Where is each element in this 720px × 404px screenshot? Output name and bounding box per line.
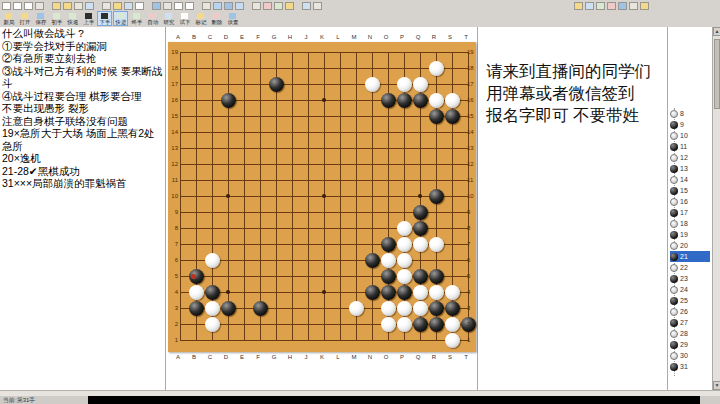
board-point-S15[interactable] bbox=[444, 108, 460, 124]
board-point-J6[interactable] bbox=[300, 252, 316, 268]
board-point-O6[interactable] bbox=[380, 252, 396, 268]
board-point-P4[interactable] bbox=[396, 284, 412, 300]
board-point-N14[interactable] bbox=[364, 124, 380, 140]
board-point-H12[interactable] bbox=[284, 156, 300, 172]
board-point-B2[interactable] bbox=[188, 316, 204, 332]
tree-node-move-30[interactable]: 30 bbox=[670, 350, 710, 361]
board-point-R7[interactable] bbox=[428, 236, 444, 252]
board-point-C16[interactable] bbox=[204, 92, 220, 108]
board-point-N9[interactable] bbox=[364, 204, 380, 220]
board-point-N17[interactable] bbox=[364, 76, 380, 92]
board-point-M3[interactable] bbox=[348, 300, 364, 316]
board-point-F6[interactable] bbox=[252, 252, 268, 268]
tree-node-move-19[interactable]: 19 bbox=[670, 229, 710, 240]
toolbar-button-终手[interactable]: 终手 bbox=[129, 11, 144, 26]
board-point-Q14[interactable] bbox=[412, 124, 428, 140]
board-point-O12[interactable] bbox=[380, 156, 396, 172]
board-point-S18[interactable] bbox=[444, 60, 460, 76]
board-point-E2[interactable] bbox=[236, 316, 252, 332]
toolbar-icon[interactable] bbox=[113, 2, 122, 10]
tree-node-move-28[interactable]: 28 bbox=[670, 328, 710, 339]
toolbar-button-设置[interactable]: 设置 bbox=[225, 11, 240, 26]
board-point-G2[interactable] bbox=[268, 316, 284, 332]
board-point-C9[interactable] bbox=[204, 204, 220, 220]
board-point-D7[interactable] bbox=[220, 236, 236, 252]
board-point-S2[interactable] bbox=[444, 316, 460, 332]
board-point-G1[interactable] bbox=[268, 332, 284, 348]
board-point-P19[interactable] bbox=[396, 44, 412, 60]
board-point-Q11[interactable] bbox=[412, 172, 428, 188]
tree-node-move-25[interactable]: 25 bbox=[670, 295, 710, 306]
board-point-P14[interactable] bbox=[396, 124, 412, 140]
board-point-J15[interactable] bbox=[300, 108, 316, 124]
board-point-L11[interactable] bbox=[332, 172, 348, 188]
toolbar-icon[interactable] bbox=[596, 2, 605, 10]
board-point-D1[interactable] bbox=[220, 332, 236, 348]
board-point-L7[interactable] bbox=[332, 236, 348, 252]
board-point-C4[interactable] bbox=[204, 284, 220, 300]
board-point-D9[interactable] bbox=[220, 204, 236, 220]
board-point-S14[interactable] bbox=[444, 124, 460, 140]
board-point-J16[interactable] bbox=[300, 92, 316, 108]
board-point-B16[interactable] bbox=[188, 92, 204, 108]
toolbar-icon[interactable] bbox=[85, 2, 94, 10]
toolbar-button-试下[interactable]: 试下 bbox=[177, 11, 192, 26]
board-point-E10[interactable] bbox=[236, 188, 252, 204]
board-point-N16[interactable] bbox=[364, 92, 380, 108]
board-point-F12[interactable] bbox=[252, 156, 268, 172]
board-point-F15[interactable] bbox=[252, 108, 268, 124]
toolbar-icon[interactable] bbox=[24, 2, 33, 10]
toolbar-icon[interactable] bbox=[2, 2, 11, 10]
board-point-R8[interactable] bbox=[428, 220, 444, 236]
toolbar-button-快进[interactable]: 快进 bbox=[113, 11, 128, 26]
board-point-O13[interactable] bbox=[380, 140, 396, 156]
board-point-Q8[interactable] bbox=[412, 220, 428, 236]
toolbar-icon[interactable] bbox=[252, 2, 261, 10]
board-point-E18[interactable] bbox=[236, 60, 252, 76]
board-point-D19[interactable] bbox=[220, 44, 236, 60]
tree-node-move-27[interactable]: 27 bbox=[670, 317, 710, 328]
board-point-K6[interactable] bbox=[316, 252, 332, 268]
board-point-G17[interactable] bbox=[268, 76, 284, 92]
board-point-S19[interactable] bbox=[444, 44, 460, 60]
board-point-M12[interactable] bbox=[348, 156, 364, 172]
board-point-K1[interactable] bbox=[316, 332, 332, 348]
toolbar-icon[interactable] bbox=[235, 2, 244, 10]
tree-node-move-31[interactable]: 31 bbox=[670, 361, 710, 372]
board-point-F14[interactable] bbox=[252, 124, 268, 140]
board-point-L17[interactable] bbox=[332, 76, 348, 92]
board-point-J13[interactable] bbox=[300, 140, 316, 156]
board-point-J14[interactable] bbox=[300, 124, 316, 140]
tree-node-move-24[interactable]: 24 bbox=[670, 284, 710, 295]
toolbar-icon[interactable] bbox=[63, 2, 72, 10]
board-point-K4[interactable] bbox=[316, 284, 332, 300]
board-point-S7[interactable] bbox=[444, 236, 460, 252]
tree-node-move-17[interactable]: 17 bbox=[670, 207, 710, 218]
board-point-K10[interactable] bbox=[316, 188, 332, 204]
board-point-J19[interactable] bbox=[300, 44, 316, 60]
scroll-down-icon[interactable]: ▼ bbox=[713, 381, 720, 390]
board-point-J5[interactable] bbox=[300, 268, 316, 284]
board-point-E12[interactable] bbox=[236, 156, 252, 172]
board-point-M13[interactable] bbox=[348, 140, 364, 156]
board-point-O8[interactable] bbox=[380, 220, 396, 236]
board-point-C6[interactable] bbox=[204, 252, 220, 268]
toolbar-icon[interactable] bbox=[102, 2, 111, 10]
board-point-C12[interactable] bbox=[204, 156, 220, 172]
board-point-P3[interactable] bbox=[396, 300, 412, 316]
board-point-D2[interactable] bbox=[220, 316, 236, 332]
board-point-J4[interactable] bbox=[300, 284, 316, 300]
board-point-B13[interactable] bbox=[188, 140, 204, 156]
board-point-M17[interactable] bbox=[348, 76, 364, 92]
toolbar-icon[interactable] bbox=[35, 2, 44, 10]
board-point-S16[interactable] bbox=[444, 92, 460, 108]
board-point-G10[interactable] bbox=[268, 188, 284, 204]
board-point-H6[interactable] bbox=[284, 252, 300, 268]
board-point-E14[interactable] bbox=[236, 124, 252, 140]
board-point-H19[interactable] bbox=[284, 44, 300, 60]
toolbar-icon[interactable] bbox=[574, 2, 583, 10]
board-point-E19[interactable] bbox=[236, 44, 252, 60]
toolbar-button-研究[interactable]: 研究 bbox=[161, 11, 176, 26]
toolbar-icon[interactable] bbox=[274, 2, 283, 10]
board-point-H14[interactable] bbox=[284, 124, 300, 140]
board-point-R3[interactable] bbox=[428, 300, 444, 316]
board-point-K19[interactable] bbox=[316, 44, 332, 60]
toolbar-button-打开[interactable]: 打开 bbox=[17, 11, 32, 26]
tree-node-move-14[interactable]: 14 bbox=[670, 174, 710, 185]
toolbar-icon[interactable] bbox=[174, 2, 183, 10]
board-point-P10[interactable] bbox=[396, 188, 412, 204]
board-point-H9[interactable] bbox=[284, 204, 300, 220]
board-point-C18[interactable] bbox=[204, 60, 220, 76]
board-point-L19[interactable] bbox=[332, 44, 348, 60]
board-point-N12[interactable] bbox=[364, 156, 380, 172]
board-point-K3[interactable] bbox=[316, 300, 332, 316]
toolbar-button-下手[interactable]: 下手 bbox=[97, 11, 112, 26]
board-point-Q17[interactable] bbox=[412, 76, 428, 92]
board-point-B11[interactable] bbox=[188, 172, 204, 188]
board-point-H13[interactable] bbox=[284, 140, 300, 156]
board-point-N13[interactable] bbox=[364, 140, 380, 156]
toolbar-icon[interactable] bbox=[74, 2, 83, 10]
board-point-G5[interactable] bbox=[268, 268, 284, 284]
board-point-N5[interactable] bbox=[364, 268, 380, 284]
board-point-Q2[interactable] bbox=[412, 316, 428, 332]
board-point-B10[interactable] bbox=[188, 188, 204, 204]
board-point-E13[interactable] bbox=[236, 140, 252, 156]
board-point-K17[interactable] bbox=[316, 76, 332, 92]
board-point-N19[interactable] bbox=[364, 44, 380, 60]
board-point-F13[interactable] bbox=[252, 140, 268, 156]
board-point-S1[interactable] bbox=[444, 332, 460, 348]
board-point-M19[interactable] bbox=[348, 44, 364, 60]
board-point-P17[interactable] bbox=[396, 76, 412, 92]
board-point-B12[interactable] bbox=[188, 156, 204, 172]
board-point-F19[interactable] bbox=[252, 44, 268, 60]
toolbar-icon[interactable] bbox=[263, 2, 272, 10]
board-point-O4[interactable] bbox=[380, 284, 396, 300]
board-point-Q15[interactable] bbox=[412, 108, 428, 124]
board-point-R12[interactable] bbox=[428, 156, 444, 172]
board-point-R19[interactable] bbox=[428, 44, 444, 60]
board-point-G13[interactable] bbox=[268, 140, 284, 156]
board-point-R4[interactable] bbox=[428, 284, 444, 300]
board-point-M14[interactable] bbox=[348, 124, 364, 140]
board-point-O18[interactable] bbox=[380, 60, 396, 76]
toolbar-icon[interactable] bbox=[135, 2, 144, 10]
board-point-K5[interactable] bbox=[316, 268, 332, 284]
board-point-G7[interactable] bbox=[268, 236, 284, 252]
toolbar-icon[interactable] bbox=[213, 2, 222, 10]
board-point-O15[interactable] bbox=[380, 108, 396, 124]
board-point-L9[interactable] bbox=[332, 204, 348, 220]
board-point-H15[interactable] bbox=[284, 108, 300, 124]
board-point-G3[interactable] bbox=[268, 300, 284, 316]
board-point-S12[interactable] bbox=[444, 156, 460, 172]
toolbar-button-新局[interactable]: 新局 bbox=[1, 11, 16, 26]
board-point-J11[interactable] bbox=[300, 172, 316, 188]
board-point-E6[interactable] bbox=[236, 252, 252, 268]
board-point-N11[interactable] bbox=[364, 172, 380, 188]
board-point-J9[interactable] bbox=[300, 204, 316, 220]
board-point-C19[interactable] bbox=[204, 44, 220, 60]
board-point-S9[interactable] bbox=[444, 204, 460, 220]
board-point-M8[interactable] bbox=[348, 220, 364, 236]
board-point-H16[interactable] bbox=[284, 92, 300, 108]
board-point-G19[interactable] bbox=[268, 44, 284, 60]
board-point-R13[interactable] bbox=[428, 140, 444, 156]
toolbar-button-删除[interactable]: 删除 bbox=[209, 11, 224, 26]
board-point-M11[interactable] bbox=[348, 172, 364, 188]
board-point-K12[interactable] bbox=[316, 156, 332, 172]
board-point-M6[interactable] bbox=[348, 252, 364, 268]
toolbar-icon[interactable] bbox=[640, 2, 649, 10]
board-point-P9[interactable] bbox=[396, 204, 412, 220]
board-point-E4[interactable] bbox=[236, 284, 252, 300]
board-point-L16[interactable] bbox=[332, 92, 348, 108]
board-point-M5[interactable] bbox=[348, 268, 364, 284]
board-point-O5[interactable] bbox=[380, 268, 396, 284]
board-point-K16[interactable] bbox=[316, 92, 332, 108]
board-point-D18[interactable] bbox=[220, 60, 236, 76]
board-point-D10[interactable] bbox=[220, 188, 236, 204]
board-point-E15[interactable] bbox=[236, 108, 252, 124]
toolbar-icon[interactable] bbox=[163, 2, 172, 10]
board-point-O14[interactable] bbox=[380, 124, 396, 140]
board-point-R6[interactable] bbox=[428, 252, 444, 268]
board-point-H8[interactable] bbox=[284, 220, 300, 236]
board-point-F2[interactable] bbox=[252, 316, 268, 332]
board-point-N1[interactable] bbox=[364, 332, 380, 348]
board-point-R5[interactable] bbox=[428, 268, 444, 284]
board-point-G18[interactable] bbox=[268, 60, 284, 76]
board-point-P16[interactable] bbox=[396, 92, 412, 108]
board-point-F5[interactable] bbox=[252, 268, 268, 284]
board-point-R18[interactable] bbox=[428, 60, 444, 76]
board-point-H3[interactable] bbox=[284, 300, 300, 316]
board-point-O16[interactable] bbox=[380, 92, 396, 108]
board-point-M9[interactable] bbox=[348, 204, 364, 220]
tree-node-move-13[interactable]: 13 bbox=[670, 163, 710, 174]
toolbar-button-保存[interactable]: 保存 bbox=[33, 11, 48, 26]
board-point-N7[interactable] bbox=[364, 236, 380, 252]
board-point-L5[interactable] bbox=[332, 268, 348, 284]
board-point-C10[interactable] bbox=[204, 188, 220, 204]
board-point-K18[interactable] bbox=[316, 60, 332, 76]
board-point-D4[interactable] bbox=[220, 284, 236, 300]
toolbar-icon[interactable] bbox=[629, 2, 638, 10]
board-point-P2[interactable] bbox=[396, 316, 412, 332]
scroll-up-icon[interactable]: ▲ bbox=[713, 27, 720, 36]
board-point-D8[interactable] bbox=[220, 220, 236, 236]
board-point-P7[interactable] bbox=[396, 236, 412, 252]
board-point-G4[interactable] bbox=[268, 284, 284, 300]
toolbar-icon[interactable] bbox=[313, 2, 322, 10]
board-point-H18[interactable] bbox=[284, 60, 300, 76]
board-point-B4[interactable] bbox=[188, 284, 204, 300]
board-point-F16[interactable] bbox=[252, 92, 268, 108]
board-point-P1[interactable] bbox=[396, 332, 412, 348]
board-point-E11[interactable] bbox=[236, 172, 252, 188]
tree-node-move-9[interactable]: 9 bbox=[670, 119, 710, 130]
board-point-M1[interactable] bbox=[348, 332, 364, 348]
board-point-O9[interactable] bbox=[380, 204, 396, 220]
tree-node-move-26[interactable]: 26 bbox=[670, 306, 710, 317]
board-point-D6[interactable] bbox=[220, 252, 236, 268]
board-point-C1[interactable] bbox=[204, 332, 220, 348]
board-point-G14[interactable] bbox=[268, 124, 284, 140]
board-point-H4[interactable] bbox=[284, 284, 300, 300]
board-point-Q3[interactable] bbox=[412, 300, 428, 316]
board-point-B19[interactable] bbox=[188, 44, 204, 60]
board-point-J7[interactable] bbox=[300, 236, 316, 252]
board-point-J2[interactable] bbox=[300, 316, 316, 332]
board-point-Q10[interactable] bbox=[412, 188, 428, 204]
toolbar-icon[interactable] bbox=[585, 2, 594, 10]
board-point-K8[interactable] bbox=[316, 220, 332, 236]
tree-node-move-21[interactable]: 21 bbox=[670, 251, 710, 262]
board-point-Q16[interactable] bbox=[412, 92, 428, 108]
board-point-L12[interactable] bbox=[332, 156, 348, 172]
board-point-H10[interactable] bbox=[284, 188, 300, 204]
board-point-G9[interactable] bbox=[268, 204, 284, 220]
board-point-L2[interactable] bbox=[332, 316, 348, 332]
board-point-K9[interactable] bbox=[316, 204, 332, 220]
board-point-P12[interactable] bbox=[396, 156, 412, 172]
board-point-F9[interactable] bbox=[252, 204, 268, 220]
board-point-Q9[interactable] bbox=[412, 204, 428, 220]
board-point-J8[interactable] bbox=[300, 220, 316, 236]
board-point-R11[interactable] bbox=[428, 172, 444, 188]
tree-node-move-23[interactable]: 23 bbox=[670, 273, 710, 284]
tree-node-move-20[interactable]: 20 bbox=[670, 240, 710, 251]
board-point-F8[interactable] bbox=[252, 220, 268, 236]
board-point-S10[interactable] bbox=[444, 188, 460, 204]
board-point-D17[interactable] bbox=[220, 76, 236, 92]
board-point-G11[interactable] bbox=[268, 172, 284, 188]
board-point-J1[interactable] bbox=[300, 332, 316, 348]
board-point-L18[interactable] bbox=[332, 60, 348, 76]
board-point-K13[interactable] bbox=[316, 140, 332, 156]
board-point-Q13[interactable] bbox=[412, 140, 428, 156]
board-point-B18[interactable] bbox=[188, 60, 204, 76]
board-point-S11[interactable] bbox=[444, 172, 460, 188]
board-point-B7[interactable] bbox=[188, 236, 204, 252]
board-point-G12[interactable] bbox=[268, 156, 284, 172]
board-point-M2[interactable] bbox=[348, 316, 364, 332]
toolbar-icon[interactable] bbox=[302, 2, 311, 10]
board-point-O3[interactable] bbox=[380, 300, 396, 316]
scrollbar-thumb[interactable] bbox=[714, 39, 720, 109]
toolbar-icon[interactable] bbox=[52, 2, 61, 10]
board-point-K2[interactable] bbox=[316, 316, 332, 332]
tree-node-move-29[interactable]: 29 bbox=[670, 339, 710, 350]
board-point-Q1[interactable] bbox=[412, 332, 428, 348]
board-point-F10[interactable] bbox=[252, 188, 268, 204]
board-point-K7[interactable] bbox=[316, 236, 332, 252]
board-point-H11[interactable] bbox=[284, 172, 300, 188]
tree-scrollbar[interactable]: ▲ ▼ bbox=[712, 27, 720, 390]
board-point-B8[interactable] bbox=[188, 220, 204, 236]
board-point-M7[interactable] bbox=[348, 236, 364, 252]
board-point-N6[interactable] bbox=[364, 252, 380, 268]
board-point-Q7[interactable] bbox=[412, 236, 428, 252]
tree-node-move-10[interactable]: 10 bbox=[670, 130, 710, 141]
board-point-K15[interactable] bbox=[316, 108, 332, 124]
tree-node-move-15[interactable]: 15 bbox=[670, 185, 710, 196]
board-point-S13[interactable] bbox=[444, 140, 460, 156]
board-point-E5[interactable] bbox=[236, 268, 252, 284]
board-point-H5[interactable] bbox=[284, 268, 300, 284]
board-point-C11[interactable] bbox=[204, 172, 220, 188]
board-point-E16[interactable] bbox=[236, 92, 252, 108]
board-point-F3[interactable] bbox=[252, 300, 268, 316]
board-point-M16[interactable] bbox=[348, 92, 364, 108]
board-point-Q6[interactable] bbox=[412, 252, 428, 268]
board-point-L15[interactable] bbox=[332, 108, 348, 124]
board-point-C13[interactable] bbox=[204, 140, 220, 156]
board-point-L10[interactable] bbox=[332, 188, 348, 204]
board-point-J10[interactable] bbox=[300, 188, 316, 204]
board-point-M4[interactable] bbox=[348, 284, 364, 300]
toolbar-icon[interactable] bbox=[607, 2, 616, 10]
board-point-B3[interactable] bbox=[188, 300, 204, 316]
board-point-L3[interactable] bbox=[332, 300, 348, 316]
board-point-P8[interactable] bbox=[396, 220, 412, 236]
board-point-S17[interactable] bbox=[444, 76, 460, 92]
board-point-R1[interactable] bbox=[428, 332, 444, 348]
toolbar-button-初手[interactable]: 初手 bbox=[49, 11, 64, 26]
board-point-L4[interactable] bbox=[332, 284, 348, 300]
board-point-P13[interactable] bbox=[396, 140, 412, 156]
board-point-K14[interactable] bbox=[316, 124, 332, 140]
board-point-D12[interactable] bbox=[220, 156, 236, 172]
board-point-R9[interactable] bbox=[428, 204, 444, 220]
board-point-O2[interactable] bbox=[380, 316, 396, 332]
board-point-N10[interactable] bbox=[364, 188, 380, 204]
board-point-O17[interactable] bbox=[380, 76, 396, 92]
board-point-L13[interactable] bbox=[332, 140, 348, 156]
board-point-S3[interactable] bbox=[444, 300, 460, 316]
board-point-G6[interactable] bbox=[268, 252, 284, 268]
board-point-Q18[interactable] bbox=[412, 60, 428, 76]
board-point-G16[interactable] bbox=[268, 92, 284, 108]
board-point-P15[interactable] bbox=[396, 108, 412, 124]
